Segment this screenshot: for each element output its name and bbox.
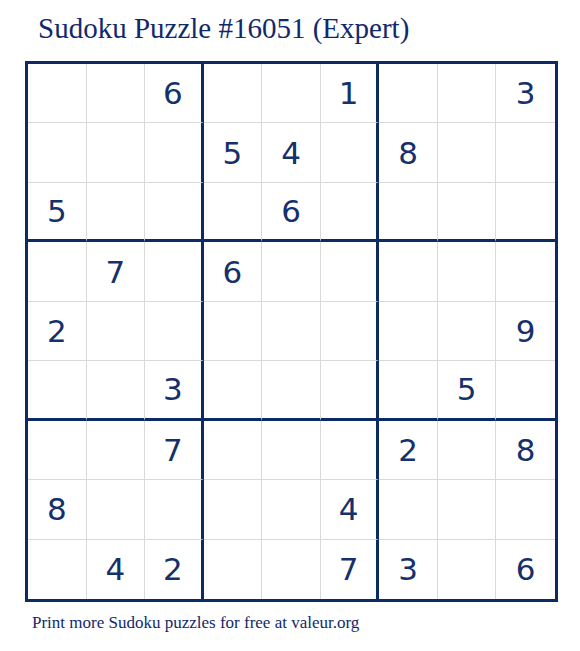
sudoku-board: 613548567629357288442736 (25, 61, 558, 602)
sudoku-cell-r5c5 (262, 302, 321, 361)
sudoku-cell-r1c7 (379, 64, 438, 123)
sudoku-cell-r5c2 (87, 302, 146, 361)
sudoku-cell-r4c4: 6 (204, 242, 263, 301)
sudoku-cell-r2c9 (496, 123, 555, 182)
sudoku-cell-r4c1 (28, 242, 87, 301)
sudoku-cell-r7c3: 7 (145, 421, 204, 480)
sudoku-cell-r1c6: 1 (321, 64, 380, 123)
sudoku-cell-r5c9: 9 (496, 302, 555, 361)
sudoku-cell-r8c1: 8 (28, 480, 87, 539)
sudoku-cell-r6c1 (28, 361, 87, 420)
sudoku-cell-r7c1 (28, 421, 87, 480)
sudoku-cell-r3c9 (496, 183, 555, 242)
sudoku-cell-r2c1 (28, 123, 87, 182)
sudoku-cell-r7c6 (321, 421, 380, 480)
sudoku-cell-r4c5 (262, 242, 321, 301)
sudoku-cell-r8c5 (262, 480, 321, 539)
sudoku-cell-r8c6: 4 (321, 480, 380, 539)
sudoku-cell-r1c9: 3 (496, 64, 555, 123)
sudoku-cell-r7c8 (438, 421, 497, 480)
sudoku-cell-r5c4 (204, 302, 263, 361)
sudoku-cell-r3c7 (379, 183, 438, 242)
sudoku-cell-r4c8 (438, 242, 497, 301)
sudoku-cell-r9c9: 6 (496, 540, 555, 599)
sudoku-cell-r9c3: 2 (145, 540, 204, 599)
sudoku-cell-r5c3 (145, 302, 204, 361)
sudoku-cell-r3c8 (438, 183, 497, 242)
sudoku-cell-r9c2: 4 (87, 540, 146, 599)
sudoku-cell-r8c3 (145, 480, 204, 539)
sudoku-cell-r6c9 (496, 361, 555, 420)
sudoku-cell-r7c4 (204, 421, 263, 480)
sudoku-cell-r4c2: 7 (87, 242, 146, 301)
sudoku-cell-r3c6 (321, 183, 380, 242)
sudoku-cell-r6c3: 3 (145, 361, 204, 420)
sudoku-cell-r5c7 (379, 302, 438, 361)
sudoku-cell-r2c3 (145, 123, 204, 182)
page-title: Sudoku Puzzle #16051 (Expert) (38, 12, 409, 45)
sudoku-cell-r2c8 (438, 123, 497, 182)
sudoku-cell-r1c5 (262, 64, 321, 123)
sudoku-cell-r7c9: 8 (496, 421, 555, 480)
sudoku-cell-r6c5 (262, 361, 321, 420)
sudoku-cell-r3c5: 6 (262, 183, 321, 242)
sudoku-cell-r2c2 (87, 123, 146, 182)
footer-text: Print more Sudoku puzzles for free at va… (32, 613, 359, 633)
sudoku-cell-r9c5 (262, 540, 321, 599)
sudoku-cell-r4c7 (379, 242, 438, 301)
sudoku-cell-r4c3 (145, 242, 204, 301)
sudoku-cell-r6c2 (87, 361, 146, 420)
sudoku-cell-r7c5 (262, 421, 321, 480)
sudoku-cell-r5c1: 2 (28, 302, 87, 361)
sudoku-cell-r2c7: 8 (379, 123, 438, 182)
sudoku-cell-r1c1 (28, 64, 87, 123)
sudoku-cell-r8c8 (438, 480, 497, 539)
sudoku-cell-r7c2 (87, 421, 146, 480)
sudoku-cell-r5c6 (321, 302, 380, 361)
sudoku-cell-r6c8: 5 (438, 361, 497, 420)
sudoku-cell-r2c5: 4 (262, 123, 321, 182)
sudoku-cell-r1c8 (438, 64, 497, 123)
sudoku-cell-r4c9 (496, 242, 555, 301)
sudoku-cell-r2c4: 5 (204, 123, 263, 182)
sudoku-cell-r3c1: 5 (28, 183, 87, 242)
sudoku-cell-r3c2 (87, 183, 146, 242)
sudoku-cell-r9c4 (204, 540, 263, 599)
sudoku-cell-r6c4 (204, 361, 263, 420)
sudoku-cell-r9c6: 7 (321, 540, 380, 599)
sudoku-cell-r8c4 (204, 480, 263, 539)
sudoku-cell-r9c8 (438, 540, 497, 599)
sudoku-cell-r7c7: 2 (379, 421, 438, 480)
sudoku-cell-r3c3 (145, 183, 204, 242)
sudoku-cell-r6c7 (379, 361, 438, 420)
sudoku-cell-r1c4 (204, 64, 263, 123)
sudoku-cell-r9c1 (28, 540, 87, 599)
sudoku-cell-r1c2 (87, 64, 146, 123)
sudoku-cell-r1c3: 6 (145, 64, 204, 123)
sudoku-page: Sudoku Puzzle #16051 (Expert) 6135485676… (0, 0, 580, 651)
sudoku-cell-r4c6 (321, 242, 380, 301)
sudoku-cell-r6c6 (321, 361, 380, 420)
sudoku-cell-r2c6 (321, 123, 380, 182)
sudoku-cell-r8c9 (496, 480, 555, 539)
sudoku-cell-r5c8 (438, 302, 497, 361)
sudoku-cell-r9c7: 3 (379, 540, 438, 599)
sudoku-cell-r8c2 (87, 480, 146, 539)
sudoku-cell-r3c4 (204, 183, 263, 242)
sudoku-cell-r8c7 (379, 480, 438, 539)
